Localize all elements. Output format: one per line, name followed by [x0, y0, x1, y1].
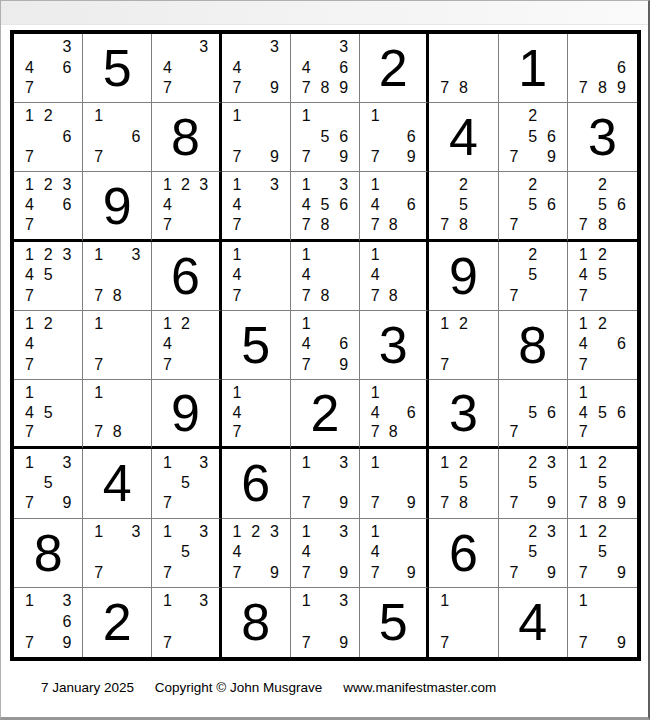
candidate-7: 7: [89, 423, 108, 443]
candidate-7: 7: [297, 285, 316, 305]
candidate-5: [454, 334, 473, 354]
candidate-grid: 25679: [499, 103, 567, 171]
candidate-1: 1: [366, 452, 384, 472]
cell-r6c6: 14678: [360, 380, 429, 449]
candidate-4: [574, 542, 593, 562]
candidate-2: 2: [523, 175, 542, 195]
big-digit: 8: [152, 103, 218, 171]
candidate-2: [177, 452, 195, 472]
footer-website: www.manifestmaster.com: [343, 680, 496, 695]
candidate-6: [57, 473, 76, 493]
footer-copyright: Copyright © John Musgrave: [155, 680, 323, 695]
candidate-7: 7: [435, 355, 454, 375]
candidate-8: [39, 355, 58, 375]
big-digit: 5: [360, 588, 426, 657]
candidate-3: [612, 522, 631, 542]
candidate-2: 2: [593, 314, 612, 334]
candidate-8: 8: [108, 423, 127, 443]
candidate-3: [402, 106, 420, 126]
candidate-1: 1: [20, 106, 39, 126]
cell-r5c9: 12467: [568, 311, 637, 380]
candidate-8: [454, 632, 473, 653]
candidate-8: 8: [593, 493, 612, 513]
candidate-1: 1: [366, 522, 384, 542]
candidate-5: 5: [39, 265, 58, 285]
candidate-1: [505, 383, 524, 403]
candidate-9: [57, 215, 76, 235]
candidate-4: 4: [158, 57, 176, 77]
candidate-7: 7: [505, 493, 524, 513]
candidate-6: [612, 265, 631, 285]
candidate-3: 3: [57, 591, 76, 612]
candidate-9: [612, 215, 631, 235]
cell-r7c2: 4: [83, 449, 152, 518]
candidate-6: [473, 334, 492, 354]
candidate-5: [384, 473, 402, 493]
candidate-6: [127, 403, 146, 423]
cell-r4c3: 6: [152, 242, 221, 311]
candidate-7: 7: [89, 355, 108, 375]
candidate-7: 7: [297, 215, 316, 235]
candidate-8: [39, 423, 58, 443]
candidate-6: [612, 473, 631, 493]
candidate-3: [334, 106, 353, 126]
candidate-3: 3: [57, 452, 76, 472]
cell-r5c4: 5: [222, 311, 291, 380]
candidate-7: 7: [20, 423, 39, 443]
candidate-grid: 1379: [291, 449, 359, 517]
candidate-2: [593, 383, 612, 403]
candidate-1: [297, 37, 316, 57]
candidate-8: [246, 215, 265, 235]
cell-r6c9: 14567: [568, 380, 637, 449]
big-digit: 5: [83, 34, 151, 102]
cell-r7c9: 125789: [568, 449, 637, 518]
candidate-5: 5: [593, 542, 612, 562]
candidate-7: 7: [574, 632, 593, 653]
candidate-8: [39, 285, 58, 305]
cell-r2c2: 167: [83, 103, 152, 172]
candidate-6: [542, 542, 561, 562]
candidate-5: [39, 195, 58, 215]
big-digit: 6: [429, 519, 497, 587]
candidate-5: 5: [316, 127, 335, 147]
candidate-7: 7: [366, 493, 384, 513]
candidate-7: 7: [366, 285, 384, 305]
candidate-6: [127, 542, 146, 562]
cell-r8c4: 123479: [222, 519, 291, 588]
candidate-5: [316, 612, 335, 633]
candidate-4: [435, 612, 454, 633]
candidate-4: [20, 127, 39, 147]
candidate-6: 6: [402, 195, 420, 215]
candidate-6: [265, 57, 284, 77]
candidate-3: [612, 37, 631, 57]
candidate-grid: 1478: [291, 242, 359, 310]
candidate-2: [39, 591, 58, 612]
candidate-6: [473, 473, 492, 493]
candidate-4: 4: [297, 57, 316, 77]
candidate-2: 2: [246, 522, 265, 542]
candidate-4: [435, 473, 454, 493]
candidate-4: [297, 127, 316, 147]
candidate-7: 7: [297, 562, 316, 582]
candidate-6: 6: [402, 403, 420, 423]
candidate-4: 4: [366, 195, 384, 215]
candidate-9: 9: [612, 562, 631, 582]
candidate-4: 4: [158, 195, 176, 215]
candidate-8: [177, 78, 195, 98]
candidate-2: [316, 591, 335, 612]
cell-r8c5: 13479: [291, 519, 360, 588]
candidate-1: 1: [228, 245, 247, 265]
candidate-6: [402, 473, 420, 493]
candidate-1: [505, 106, 524, 126]
candidate-5: [246, 542, 265, 562]
candidate-4: [505, 542, 524, 562]
candidate-8: 8: [316, 285, 335, 305]
candidate-8: [593, 423, 612, 443]
candidate-7: 7: [20, 147, 39, 167]
candidate-8: [523, 562, 542, 582]
candidate-3: [265, 106, 284, 126]
candidate-9: [127, 562, 146, 582]
candidate-9: 9: [542, 493, 561, 513]
candidate-1: 1: [297, 175, 316, 195]
candidate-3: [612, 245, 631, 265]
candidate-7: 7: [435, 215, 454, 235]
big-digit: 6: [222, 449, 290, 517]
candidate-grid: 13479: [291, 519, 359, 587]
candidate-2: 2: [593, 522, 612, 542]
cell-r1c7: 78: [429, 34, 498, 103]
candidate-8: [593, 562, 612, 582]
candidate-8: [39, 215, 58, 235]
candidate-4: [574, 473, 593, 493]
candidate-5: [384, 542, 402, 562]
candidate-9: 9: [265, 147, 284, 167]
candidate-4: 4: [574, 334, 593, 354]
cell-r1c3: 347: [152, 34, 221, 103]
candidate-6: [265, 542, 284, 562]
cell-r8c2: 137: [83, 519, 152, 588]
candidate-6: [195, 542, 213, 562]
candidate-1: [158, 37, 176, 57]
candidate-6: 6: [334, 334, 353, 354]
candidate-7: 7: [505, 215, 524, 235]
cell-r5c3: 1247: [152, 311, 221, 380]
candidate-9: [127, 147, 146, 167]
cell-r2c4: 179: [222, 103, 291, 172]
candidate-3: [402, 175, 420, 195]
candidate-8: 8: [384, 285, 402, 305]
candidate-2: [316, 314, 335, 334]
candidate-grid: 14678: [360, 172, 426, 238]
candidate-3: [402, 452, 420, 472]
candidate-5: [108, 542, 127, 562]
candidate-5: [108, 265, 127, 285]
candidate-grid: 25678: [568, 172, 637, 238]
candidate-4: [297, 612, 316, 633]
cell-r4c6: 1478: [360, 242, 429, 311]
big-digit: 2: [360, 34, 426, 102]
candidate-8: [246, 562, 265, 582]
candidate-1: 1: [89, 383, 108, 403]
candidate-4: [505, 195, 524, 215]
candidate-5: 5: [523, 127, 542, 147]
candidate-5: 5: [593, 265, 612, 285]
candidate-8: [108, 147, 127, 167]
candidate-4: 4: [228, 195, 247, 215]
candidate-grid: 125789: [568, 449, 637, 517]
candidate-5: 5: [523, 265, 542, 285]
candidate-3: [265, 383, 284, 403]
candidate-4: [505, 127, 524, 147]
candidate-3: 3: [127, 245, 146, 265]
cell-r1c4: 3479: [222, 34, 291, 103]
candidate-8: [177, 215, 195, 235]
candidate-8: [39, 493, 58, 513]
candidate-8: [593, 285, 612, 305]
candidate-grid: 13679: [14, 588, 82, 657]
candidate-8: [316, 493, 335, 513]
candidate-8: 8: [454, 493, 473, 513]
candidate-9: 9: [57, 632, 76, 653]
candidate-2: [177, 522, 195, 542]
candidate-6: 6: [402, 127, 420, 147]
candidate-1: 1: [297, 522, 316, 542]
candidate-2: [384, 245, 402, 265]
candidate-2: 2: [39, 106, 58, 126]
cell-r6c4: 147: [222, 380, 291, 449]
candidate-8: [177, 562, 195, 582]
cell-r4c2: 1378: [83, 242, 152, 311]
candidate-8: [246, 423, 265, 443]
cell-r9c3: 137: [152, 588, 221, 657]
candidate-1: [505, 245, 524, 265]
candidate-3: [127, 383, 146, 403]
candidate-1: [505, 522, 524, 542]
candidate-5: 5: [454, 473, 473, 493]
candidate-grid: 1345678: [291, 172, 359, 238]
candidate-6: 6: [612, 195, 631, 215]
candidate-2: [384, 522, 402, 542]
candidate-2: 2: [39, 175, 58, 195]
candidate-6: [195, 473, 213, 493]
candidate-2: [246, 245, 265, 265]
candidate-4: [505, 473, 524, 493]
cell-r8c9: 12579: [568, 519, 637, 588]
candidate-2: [593, 591, 612, 612]
candidate-8: [39, 147, 58, 167]
candidate-8: [593, 355, 612, 375]
big-digit: 8: [222, 588, 290, 657]
candidate-grid: 127: [429, 311, 497, 379]
candidate-3: 3: [265, 522, 284, 542]
candidate-4: 4: [228, 265, 247, 285]
candidate-grid: 17: [83, 311, 151, 379]
candidate-9: [127, 285, 146, 305]
candidate-3: [612, 452, 631, 472]
candidate-grid: 12579: [568, 519, 637, 587]
candidate-3: [127, 106, 146, 126]
candidate-grid: 1478: [360, 242, 426, 310]
candidate-9: [402, 215, 420, 235]
candidate-1: [505, 452, 524, 472]
candidate-3: 3: [334, 175, 353, 195]
candidate-5: [39, 127, 58, 147]
candidate-7: 7: [89, 562, 108, 582]
candidate-5: 5: [523, 403, 542, 423]
candidate-7: 7: [228, 285, 247, 305]
candidate-grid: 1347: [222, 172, 290, 238]
candidate-1: 1: [574, 591, 593, 612]
footer: 7 January 2025 Copyright © John Musgrave…: [41, 679, 496, 697]
candidate-8: [177, 493, 195, 513]
candidate-7: 7: [158, 78, 176, 98]
candidate-4: [89, 265, 108, 285]
candidate-9: 9: [542, 147, 561, 167]
cell-r3c7: 2578: [429, 172, 498, 241]
candidate-6: [612, 542, 631, 562]
candidate-4: [158, 542, 176, 562]
candidate-4: [435, 334, 454, 354]
candidate-8: [316, 355, 335, 375]
candidate-9: 9: [402, 147, 420, 167]
cell-r3c3: 12347: [152, 172, 221, 241]
cell-r5c2: 17: [83, 311, 152, 380]
candidate-2: 2: [177, 314, 195, 334]
candidate-9: 9: [612, 493, 631, 513]
cell-r9c4: 8: [222, 588, 291, 657]
big-digit: 9: [83, 172, 151, 238]
candidate-5: [39, 334, 58, 354]
candidate-grid: 3479: [222, 34, 290, 102]
candidate-3: [334, 314, 353, 334]
candidate-3: 3: [57, 245, 76, 265]
candidate-9: [612, 355, 631, 375]
cell-r5c6: 3: [360, 311, 429, 380]
cell-r3c6: 14678: [360, 172, 429, 241]
candidate-2: [108, 106, 127, 126]
candidate-6: [473, 195, 492, 215]
candidate-8: [39, 78, 58, 98]
candidate-1: [574, 175, 593, 195]
candidate-6: [473, 57, 492, 77]
candidate-2: [39, 452, 58, 472]
candidate-3: [402, 245, 420, 265]
candidate-6: 6: [542, 403, 561, 423]
candidate-grid: 1247: [14, 311, 82, 379]
candidate-2: 2: [454, 175, 473, 195]
candidate-8: [316, 562, 335, 582]
candidate-5: 5: [316, 195, 335, 215]
candidate-9: [127, 355, 146, 375]
candidate-2: [384, 175, 402, 195]
cell-r3c1: 123467: [14, 172, 83, 241]
candidate-1: 1: [228, 106, 247, 126]
candidate-6: [195, 334, 213, 354]
candidate-4: 4: [297, 195, 316, 215]
candidate-grid: 123479: [222, 519, 290, 587]
candidate-4: [435, 57, 454, 77]
candidate-5: 5: [523, 195, 542, 215]
candidate-grid: 347: [152, 34, 218, 102]
candidate-grid: 13579: [14, 449, 82, 517]
candidate-6: 6: [334, 127, 353, 147]
candidate-3: 3: [195, 37, 213, 57]
cell-r9c6: 5: [360, 588, 429, 657]
candidate-5: [593, 57, 612, 77]
candidate-3: [473, 591, 492, 612]
candidate-grid: 14678: [360, 380, 426, 446]
candidate-2: 2: [523, 245, 542, 265]
candidate-grid: 2567: [499, 172, 567, 238]
cell-r3c9: 25678: [568, 172, 637, 241]
candidate-7: 7: [574, 215, 593, 235]
cell-r7c5: 1379: [291, 449, 360, 518]
candidate-1: 1: [435, 452, 454, 472]
candidate-1: 1: [297, 314, 316, 334]
cell-r6c3: 9: [152, 380, 221, 449]
candidate-2: 2: [454, 452, 473, 472]
candidate-1: 1: [89, 245, 108, 265]
puzzle-page: 3467534734793467892781678912671678179156…: [0, 0, 650, 720]
candidate-6: [265, 265, 284, 285]
candidate-7: 7: [228, 78, 247, 98]
candidate-6: [402, 542, 420, 562]
candidate-6: 6: [57, 612, 76, 633]
cell-r1c1: 3467: [14, 34, 83, 103]
candidate-7: 7: [366, 147, 384, 167]
candidate-4: [505, 265, 524, 285]
candidate-2: [39, 383, 58, 403]
candidate-7: 7: [158, 355, 176, 375]
candidate-4: [158, 612, 176, 633]
candidate-1: 1: [158, 314, 176, 334]
candidate-7: 7: [574, 355, 593, 375]
candidate-2: [316, 37, 335, 57]
candidate-9: [195, 215, 213, 235]
candidate-grid: 3467: [14, 34, 82, 102]
candidate-6: 6: [334, 57, 353, 77]
candidate-7: 7: [574, 78, 593, 98]
candidate-4: [89, 127, 108, 147]
candidate-5: 5: [177, 473, 195, 493]
candidate-5: [384, 265, 402, 285]
cell-r7c4: 6: [222, 449, 291, 518]
candidate-5: [39, 612, 58, 633]
candidate-3: [402, 522, 420, 542]
candidate-5: [454, 612, 473, 633]
big-digit: 4: [83, 449, 151, 517]
big-digit: 4: [429, 103, 497, 171]
candidate-5: [108, 334, 127, 354]
candidate-3: [542, 175, 561, 195]
candidate-3: 3: [127, 522, 146, 542]
candidate-4: [20, 473, 39, 493]
candidate-6: [195, 195, 213, 215]
candidate-8: [384, 493, 402, 513]
candidate-9: 9: [612, 632, 631, 653]
candidate-9: [57, 147, 76, 167]
candidate-4: 4: [366, 403, 384, 423]
cell-r3c5: 1345678: [291, 172, 360, 241]
candidate-6: [57, 403, 76, 423]
candidate-9: [542, 423, 561, 443]
candidate-3: 3: [195, 522, 213, 542]
candidate-6: [473, 612, 492, 633]
